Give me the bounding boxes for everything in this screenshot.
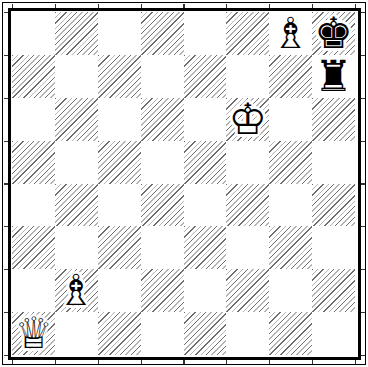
square-c2[interactable] xyxy=(98,269,141,312)
square-h8[interactable]: ♚ xyxy=(312,12,355,55)
frame-grid-ticks-right xyxy=(360,12,365,356)
square-a3[interactable] xyxy=(12,226,55,269)
square-a6[interactable] xyxy=(12,98,55,141)
square-f2[interactable] xyxy=(226,269,269,312)
square-c5[interactable] xyxy=(98,141,141,184)
square-g2[interactable] xyxy=(269,269,312,312)
square-h1[interactable] xyxy=(312,312,355,355)
square-b3[interactable] xyxy=(55,226,98,269)
square-g6[interactable] xyxy=(269,98,312,141)
black-rook[interactable]: ♜ xyxy=(314,55,353,98)
square-e6[interactable] xyxy=(184,98,227,141)
square-d2[interactable] xyxy=(141,269,184,312)
square-a4[interactable] xyxy=(12,184,55,227)
frame-grid-ticks-bottom xyxy=(12,359,356,364)
square-g3[interactable] xyxy=(269,226,312,269)
square-f6[interactable]: ♔ xyxy=(226,98,269,141)
square-h4[interactable] xyxy=(312,184,355,227)
square-a7[interactable] xyxy=(12,55,55,98)
square-d6[interactable] xyxy=(141,98,184,141)
square-h7[interactable]: ♜ xyxy=(312,55,355,98)
square-c4[interactable] xyxy=(98,184,141,227)
white-king[interactable]: ♔ xyxy=(229,98,268,141)
square-c3[interactable] xyxy=(98,226,141,269)
white-bishop[interactable]: ♗ xyxy=(57,269,96,312)
square-g5[interactable] xyxy=(269,141,312,184)
square-e2[interactable] xyxy=(184,269,227,312)
square-h2[interactable] xyxy=(312,269,355,312)
square-e1[interactable] xyxy=(184,312,227,355)
board-grid: ♗♚♜♔♗♕ xyxy=(12,12,355,355)
chess-diagram: ♗♚♜♔♗♕ xyxy=(0,0,368,367)
square-d4[interactable] xyxy=(141,184,184,227)
square-h5[interactable] xyxy=(312,141,355,184)
square-e4[interactable] xyxy=(184,184,227,227)
square-b5[interactable] xyxy=(55,141,98,184)
square-f7[interactable] xyxy=(226,55,269,98)
square-e7[interactable] xyxy=(184,55,227,98)
square-e5[interactable] xyxy=(184,141,227,184)
square-a1[interactable]: ♕ xyxy=(12,312,55,355)
square-e8[interactable] xyxy=(184,12,227,55)
square-g1[interactable] xyxy=(269,312,312,355)
square-c6[interactable] xyxy=(98,98,141,141)
square-f8[interactable] xyxy=(226,12,269,55)
square-b7[interactable] xyxy=(55,55,98,98)
square-b2[interactable]: ♗ xyxy=(55,269,98,312)
square-g7[interactable] xyxy=(269,55,312,98)
square-f4[interactable] xyxy=(226,184,269,227)
white-bishop[interactable]: ♗ xyxy=(271,12,310,55)
square-g4[interactable] xyxy=(269,184,312,227)
square-d7[interactable] xyxy=(141,55,184,98)
black-king[interactable]: ♚ xyxy=(314,12,353,55)
square-c7[interactable] xyxy=(98,55,141,98)
square-b4[interactable] xyxy=(55,184,98,227)
square-e3[interactable] xyxy=(184,226,227,269)
square-d8[interactable] xyxy=(141,12,184,55)
square-d5[interactable] xyxy=(141,141,184,184)
frame-grid-ticks-left xyxy=(4,12,9,356)
square-f1[interactable] xyxy=(226,312,269,355)
square-c8[interactable] xyxy=(98,12,141,55)
square-a8[interactable] xyxy=(12,12,55,55)
square-h3[interactable] xyxy=(312,226,355,269)
square-d3[interactable] xyxy=(141,226,184,269)
square-g8[interactable]: ♗ xyxy=(269,12,312,55)
square-b6[interactable] xyxy=(55,98,98,141)
square-h6[interactable] xyxy=(312,98,355,141)
square-f3[interactable] xyxy=(226,226,269,269)
square-f5[interactable] xyxy=(226,141,269,184)
square-b1[interactable] xyxy=(55,312,98,355)
square-a5[interactable] xyxy=(12,141,55,184)
square-c1[interactable] xyxy=(98,312,141,355)
square-d1[interactable] xyxy=(141,312,184,355)
square-a2[interactable] xyxy=(12,269,55,312)
square-b8[interactable] xyxy=(55,12,98,55)
white-queen[interactable]: ♕ xyxy=(14,312,53,355)
